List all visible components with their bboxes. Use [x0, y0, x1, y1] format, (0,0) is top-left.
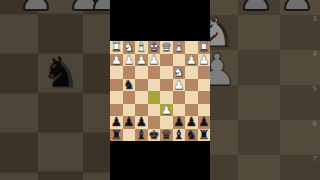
pawn-top-icon — [23, 0, 49, 11]
white-queen: ♛ — [161, 41, 172, 54]
square-g4[interactable]: ♞ — [123, 79, 136, 92]
black-bishop: ♝ — [136, 129, 147, 142]
square-c5[interactable] — [173, 91, 186, 104]
white-pawn: ♟ — [173, 79, 184, 92]
video-frame: ♞ ♞ ♟ 34567 ♜♞♝♚♛♝♜♟♟♟♟♟♟♞♞♟♟♟♟♟♟♟♟♜♝♚♛♝… — [0, 0, 320, 180]
square-d4[interactable] — [160, 79, 173, 92]
white-pawn: ♟ — [161, 104, 172, 117]
square-d8[interactable]: ♛ — [160, 129, 173, 142]
black-rook: ♜ — [198, 129, 209, 142]
chess-board: ♜♞♝♚♛♝♜♟♟♟♟♟♟♞♞♟♟♟♟♟♟♟♟♜♝♚♛♝♞♜ — [110, 41, 210, 141]
black-queen: ♛ — [161, 129, 172, 142]
square-f8[interactable]: ♝ — [135, 129, 148, 142]
pawn-top-icon — [284, 0, 310, 11]
rank-label: 7 — [313, 156, 317, 163]
square-c1[interactable]: ♝ — [173, 41, 186, 54]
letterbox-top — [110, 0, 210, 41]
square-h3[interactable] — [110, 66, 123, 79]
square-g8[interactable] — [123, 129, 136, 142]
square-h5[interactable] — [110, 91, 123, 104]
white-pawn: ♟ — [198, 54, 209, 67]
square-b8[interactable]: ♞ — [185, 129, 198, 142]
rank-label: 6 — [313, 121, 317, 128]
white-pawn: ♟ — [111, 54, 122, 67]
square-a2[interactable]: ♟ — [198, 54, 211, 67]
square-e8[interactable]: ♚ — [148, 129, 161, 142]
square-a5[interactable] — [198, 91, 211, 104]
white-pawn: ♟ — [186, 54, 197, 67]
white-pawn: ♟ — [123, 54, 134, 67]
rank-label: 5 — [313, 86, 317, 93]
white-pawn: ♟ — [136, 54, 147, 67]
pawn-top-icon — [243, 0, 269, 11]
square-b5[interactable] — [185, 91, 198, 104]
square-d3[interactable] — [160, 66, 173, 79]
black-knight: ♞ — [186, 129, 197, 142]
square-e5[interactable] — [148, 91, 161, 104]
square-d1[interactable]: ♛ — [160, 41, 173, 54]
letterbox-bottom — [110, 141, 210, 180]
square-f2[interactable]: ♟ — [135, 54, 148, 67]
square-g7[interactable]: ♟ — [123, 116, 136, 129]
white-bishop: ♝ — [173, 41, 184, 54]
square-h2[interactable]: ♟ — [110, 54, 123, 67]
black-bishop: ♝ — [173, 129, 184, 142]
square-d2[interactable] — [160, 54, 173, 67]
rank-label: 4 — [313, 51, 317, 58]
square-h4[interactable] — [110, 79, 123, 92]
square-b3[interactable] — [185, 66, 198, 79]
square-d6[interactable]: ♟ — [160, 104, 173, 117]
square-e6[interactable] — [148, 104, 161, 117]
square-e4[interactable] — [148, 79, 161, 92]
square-f4[interactable] — [135, 79, 148, 92]
square-f3[interactable] — [135, 66, 148, 79]
square-a4[interactable] — [198, 79, 211, 92]
square-b4[interactable] — [185, 79, 198, 92]
black-pawn: ♟ — [123, 116, 134, 129]
square-e3[interactable] — [148, 66, 161, 79]
background-board-right — [210, 0, 320, 180]
square-c4[interactable]: ♟ — [173, 79, 186, 92]
square-a8[interactable]: ♜ — [198, 129, 211, 142]
black-rook: ♜ — [111, 129, 122, 142]
background-board-left — [0, 0, 110, 180]
black-king: ♚ — [148, 129, 159, 142]
square-h8[interactable]: ♜ — [110, 129, 123, 142]
background-strip-right: ♞ ♟ 34567 — [210, 0, 320, 180]
black-knight: ♞ — [123, 79, 134, 92]
square-a3[interactable] — [198, 66, 211, 79]
square-b2[interactable]: ♟ — [185, 54, 198, 67]
square-g5[interactable] — [123, 91, 136, 104]
white-pawn: ♟ — [148, 54, 159, 67]
rank-label: 3 — [313, 16, 317, 23]
square-g2[interactable]: ♟ — [123, 54, 136, 67]
square-f5[interactable] — [135, 91, 148, 104]
square-c8[interactable]: ♝ — [173, 129, 186, 142]
pawn-top-icon — [93, 0, 110, 11]
background-strip-left: ♞ — [0, 0, 110, 180]
square-e2[interactable]: ♟ — [148, 54, 161, 67]
